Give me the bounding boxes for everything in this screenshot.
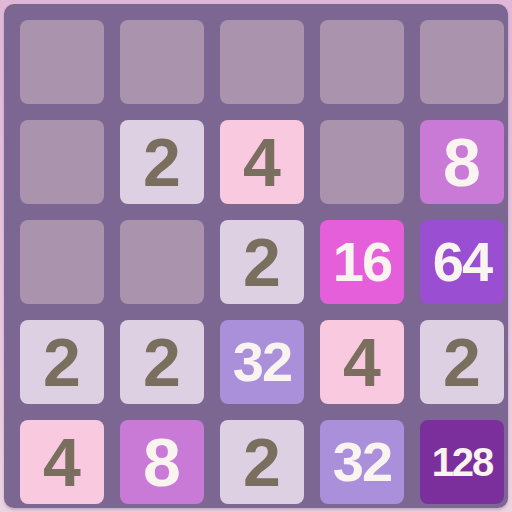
- empty-cell: [320, 20, 404, 104]
- tile-2: 2: [420, 320, 504, 404]
- empty-cell: [120, 220, 204, 304]
- tile-64: 64: [420, 220, 504, 304]
- tile-2: 2: [220, 220, 304, 304]
- empty-cell: [120, 20, 204, 104]
- tile-16: 16: [320, 220, 404, 304]
- empty-cell: [220, 20, 304, 104]
- tile-4: 4: [220, 120, 304, 204]
- tile-8: 8: [420, 120, 504, 204]
- tile-2: 2: [220, 420, 304, 504]
- tile-4: 4: [20, 420, 104, 504]
- empty-cell: [20, 220, 104, 304]
- empty-cell: [20, 120, 104, 204]
- tile-4: 4: [320, 320, 404, 404]
- board[interactable]: 2482166422324248232128: [4, 4, 508, 508]
- tile-128: 128: [420, 420, 504, 504]
- empty-cell: [20, 20, 104, 104]
- tile-2: 2: [120, 320, 204, 404]
- tile-2: 2: [120, 120, 204, 204]
- empty-cell: [320, 120, 404, 204]
- app-background: 2482166422324248232128: [0, 0, 512, 512]
- empty-cell: [420, 20, 504, 104]
- tile-32: 32: [220, 320, 304, 404]
- tile-8: 8: [120, 420, 204, 504]
- tile-2: 2: [20, 320, 104, 404]
- tile-32: 32: [320, 420, 404, 504]
